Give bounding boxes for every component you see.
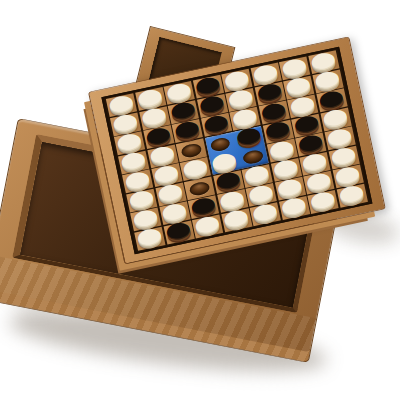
peg-hole bbox=[329, 131, 350, 147]
peg-hole bbox=[226, 73, 247, 89]
peg-hole bbox=[234, 111, 255, 127]
peg-hole bbox=[127, 174, 148, 190]
peg-hole bbox=[189, 180, 210, 196]
peg-hole bbox=[131, 193, 152, 209]
peg-hole bbox=[222, 193, 243, 209]
peg-hole bbox=[160, 186, 181, 202]
peg-hole bbox=[197, 79, 218, 95]
peg-hole bbox=[168, 225, 189, 241]
peg-hole bbox=[300, 137, 321, 153]
peg-hole bbox=[313, 54, 334, 70]
peg-hole bbox=[193, 199, 214, 215]
peg-hole bbox=[185, 161, 206, 177]
peg-hole bbox=[271, 143, 292, 159]
peg-hole bbox=[304, 156, 325, 172]
peg-hole bbox=[197, 218, 218, 234]
peg-hole bbox=[148, 129, 169, 145]
peg-hole bbox=[279, 181, 300, 197]
peg-hole bbox=[296, 118, 317, 134]
peg-hole bbox=[164, 205, 185, 221]
peg-hole bbox=[115, 116, 136, 132]
peg-hole bbox=[140, 91, 161, 107]
peg-hole bbox=[308, 175, 329, 191]
peg-hole bbox=[284, 61, 305, 77]
peg-hole bbox=[230, 92, 251, 108]
peg-hole bbox=[135, 212, 156, 228]
peg-hole bbox=[123, 154, 144, 170]
peg-hole bbox=[247, 168, 268, 184]
peg-hole bbox=[292, 99, 313, 115]
peg-hole bbox=[156, 167, 177, 183]
peg-hole bbox=[317, 73, 338, 89]
peg-hole bbox=[181, 142, 202, 158]
peg-hole bbox=[169, 85, 190, 101]
peg-hole bbox=[111, 97, 132, 113]
peg-hole bbox=[218, 174, 239, 190]
peg-hole bbox=[251, 187, 272, 203]
peg-hole bbox=[255, 67, 276, 83]
peg-hole bbox=[321, 93, 342, 109]
peg-hole bbox=[255, 206, 276, 222]
peg-hole bbox=[267, 124, 288, 140]
peg-hole bbox=[341, 188, 362, 204]
peg-hole bbox=[226, 212, 247, 228]
product-photo: ●●●●●●●●●●●●●●●●●●●●●●●●●●●●●●●●●●●●●●●●… bbox=[0, 0, 400, 400]
peg-hole bbox=[288, 80, 309, 96]
peg-hole bbox=[139, 231, 160, 247]
peg-hole bbox=[337, 169, 358, 185]
peg-hole bbox=[152, 148, 173, 164]
peg-hole bbox=[206, 117, 227, 133]
peg-hole bbox=[119, 135, 140, 151]
peg-hole bbox=[144, 110, 165, 126]
peg-hole bbox=[275, 162, 296, 178]
peg-hole bbox=[333, 150, 354, 166]
peg-hole bbox=[202, 98, 223, 114]
peg-hole bbox=[325, 112, 346, 128]
peg-hole bbox=[173, 104, 194, 120]
peg-hole bbox=[259, 86, 280, 102]
peg-hole bbox=[312, 194, 333, 210]
peg-hole bbox=[177, 123, 198, 139]
peg-hole bbox=[263, 105, 284, 121]
peg-hole bbox=[284, 200, 305, 216]
